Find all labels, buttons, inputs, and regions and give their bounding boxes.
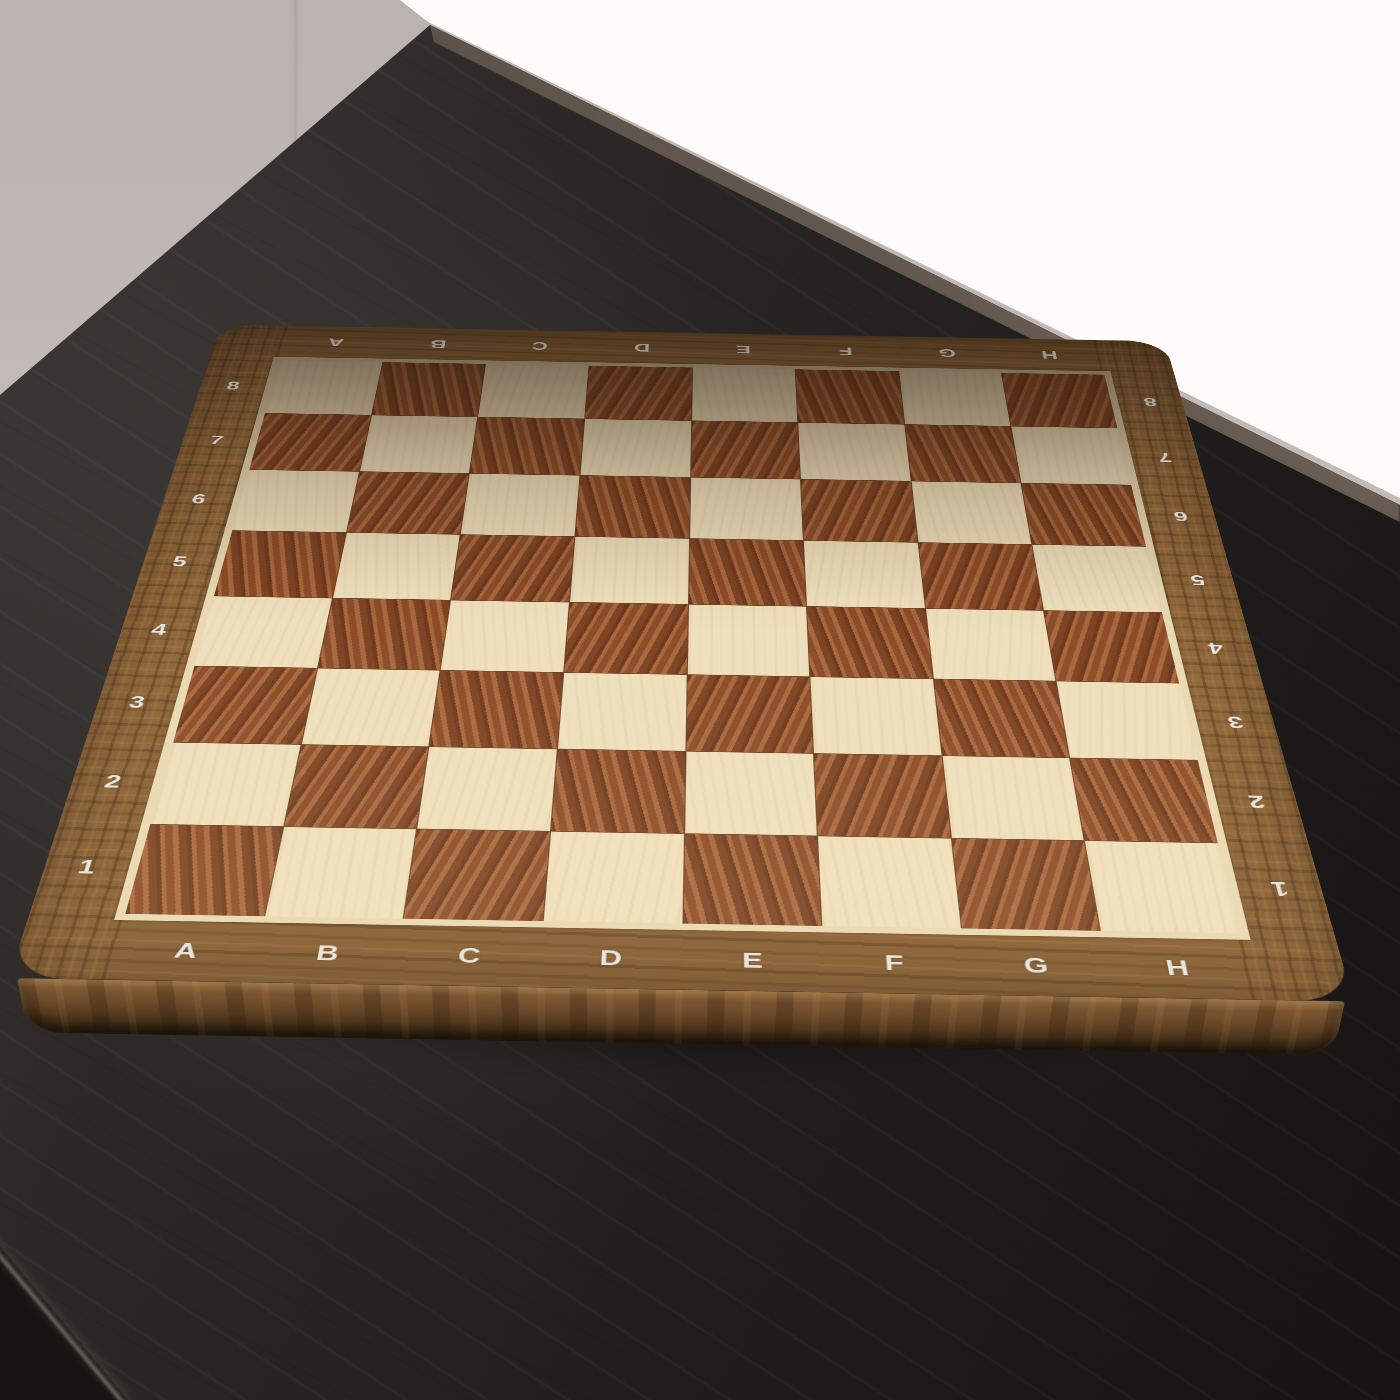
square-c8	[478, 364, 588, 418]
file-label-bottom-b: B	[250, 923, 402, 985]
square-e7	[691, 421, 800, 479]
file-label-top-c: C	[486, 330, 591, 363]
square-d8	[585, 366, 692, 421]
square-c5	[451, 535, 574, 602]
square-b6	[347, 472, 469, 534]
square-g7	[905, 424, 1021, 482]
square-e6	[690, 478, 803, 540]
square-g5	[918, 543, 1043, 610]
square-f4	[807, 606, 933, 678]
square-f8	[796, 369, 904, 424]
square-b5	[333, 533, 460, 600]
playing-area	[125, 360, 1239, 933]
square-e5	[689, 539, 807, 606]
file-label-top-h: H	[995, 338, 1103, 371]
square-h2	[1071, 758, 1218, 843]
square-c7	[470, 417, 584, 475]
square-h7	[1012, 426, 1131, 485]
square-h1	[1085, 841, 1239, 933]
file-label-top-b: B	[384, 328, 491, 361]
square-h6	[1022, 483, 1146, 546]
square-c2	[417, 747, 556, 831]
file-label-top-e: E	[692, 333, 795, 366]
file-label-top-a: A	[281, 326, 390, 359]
square-d3	[558, 673, 686, 751]
square-f3	[811, 677, 942, 755]
square-e2	[685, 751, 817, 835]
square-g8	[899, 371, 1011, 426]
square-a4	[195, 596, 332, 668]
file-label-bottom-e: E	[681, 930, 825, 992]
square-d1	[544, 832, 684, 924]
square-f1	[818, 837, 961, 929]
playing-area-border	[114, 357, 1250, 940]
square-h5	[1033, 545, 1162, 612]
wall-corner	[292, 0, 299, 145]
square-c1	[404, 830, 550, 922]
square-e1	[683, 834, 821, 926]
file-label-top-f: F	[794, 335, 898, 368]
file-label-top-g: G	[894, 337, 1000, 370]
square-a2	[150, 742, 300, 826]
square-b3	[301, 669, 439, 747]
square-g2	[942, 756, 1084, 841]
square-a6	[232, 470, 358, 532]
square-f2	[814, 754, 950, 839]
square-e4	[687, 604, 809, 676]
square-d6	[575, 476, 689, 538]
square-f6	[801, 480, 917, 543]
square-g4	[926, 608, 1056, 680]
square-h4	[1044, 611, 1179, 683]
file-label-bottom-h: H	[1101, 937, 1255, 1000]
file-label-bottom-a: A	[107, 920, 263, 982]
file-label-bottom-c: C	[394, 925, 543, 987]
square-f7	[798, 423, 910, 481]
square-f5	[804, 541, 925, 608]
square-b8	[372, 362, 486, 416]
square-a1	[125, 825, 282, 916]
square-a3	[173, 666, 316, 744]
square-d5	[570, 537, 689, 604]
square-a5	[214, 531, 345, 598]
file-label-bottom-d: D	[538, 927, 683, 989]
square-e3	[686, 675, 813, 753]
square-c3	[430, 671, 563, 749]
square-h8	[1002, 373, 1117, 428]
square-c6	[461, 474, 579, 536]
square-a8	[265, 360, 382, 414]
square-e8	[692, 367, 798, 422]
square-c4	[441, 600, 569, 672]
square-d2	[551, 749, 685, 833]
square-h3	[1057, 681, 1198, 759]
square-b1	[265, 827, 416, 918]
square-d7	[580, 419, 690, 477]
chess-board: ABCDEFGH ABCDEFGH 87654321 87654321	[9, 325, 1354, 1002]
square-d4	[564, 602, 687, 674]
file-label-bottom-f: F	[822, 932, 968, 994]
file-label-bottom-g: G	[962, 935, 1112, 997]
square-b4	[318, 598, 451, 670]
square-g6	[911, 482, 1031, 545]
square-g3	[934, 679, 1070, 757]
square-b2	[284, 745, 429, 829]
square-b7	[360, 415, 478, 473]
square-a7	[249, 413, 370, 471]
file-label-top-d: D	[589, 331, 692, 364]
square-g1	[952, 839, 1100, 931]
board-frame: ABCDEFGH ABCDEFGH 87654321 87654321	[9, 325, 1354, 1002]
photo-scene: ABCDEFGH ABCDEFGH 87654321 87654321	[0, 0, 1400, 1400]
